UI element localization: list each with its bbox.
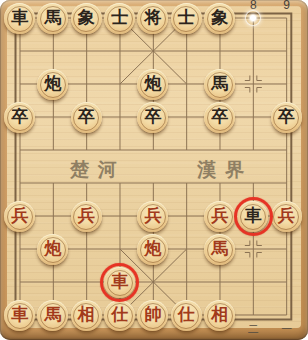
piece-red-chariot[interactable]: 車 xyxy=(4,300,35,331)
piece-character: 馬 xyxy=(211,75,228,92)
piece-character: 炮 xyxy=(44,240,61,257)
piece-character: 相 xyxy=(78,306,95,323)
piece-red-soldier[interactable]: 兵 xyxy=(137,201,168,232)
piece-black-cannon[interactable]: 炮 xyxy=(37,69,68,100)
piece-red-soldier[interactable]: 兵 xyxy=(204,201,235,232)
piece-character: 炮 xyxy=(44,75,61,92)
piece-red-soldier[interactable]: 兵 xyxy=(71,201,102,232)
piece-character: 士 xyxy=(178,9,195,26)
piece-character: 炮 xyxy=(144,75,161,92)
piece-character: 車 xyxy=(11,9,28,26)
piece-red-horse[interactable]: 馬 xyxy=(37,300,68,331)
piece-character: 士 xyxy=(111,9,128,26)
piece-red-general[interactable]: 帥 xyxy=(137,300,168,331)
piece-red-advisor[interactable]: 仕 xyxy=(171,300,202,331)
piece-black-soldier[interactable]: 卒 xyxy=(204,102,235,133)
piece-black-chariot[interactable]: 車 xyxy=(237,201,268,232)
piece-black-elephant[interactable]: 象 xyxy=(71,3,102,34)
piece-character: 兵 xyxy=(78,207,95,224)
piece-character: 馬 xyxy=(44,9,61,26)
piece-character: 卒 xyxy=(211,108,228,125)
piece-red-elephant[interactable]: 相 xyxy=(71,300,102,331)
piece-character: 兵 xyxy=(211,207,228,224)
piece-black-soldier[interactable]: 卒 xyxy=(4,102,35,133)
piece-black-cannon[interactable]: 炮 xyxy=(137,69,168,100)
piece-character: 帥 xyxy=(144,306,161,323)
piece-character: 炮 xyxy=(144,240,161,257)
piece-black-soldier[interactable]: 卒 xyxy=(137,102,168,133)
piece-character: 相 xyxy=(211,306,228,323)
piece-black-horse[interactable]: 馬 xyxy=(37,3,68,34)
piece-character: 兵 xyxy=(144,207,161,224)
piece-character: 車 xyxy=(11,306,28,323)
piece-character: 卒 xyxy=(11,108,28,125)
piece-character: 象 xyxy=(78,9,95,26)
piece-black-general[interactable]: 将 xyxy=(137,3,168,34)
piece-character: 兵 xyxy=(11,207,28,224)
piece-character: 卒 xyxy=(144,108,161,125)
piece-red-elephant[interactable]: 相 xyxy=(204,300,235,331)
piece-black-elephant[interactable]: 象 xyxy=(204,3,235,34)
piece-character: 仕 xyxy=(111,306,128,323)
piece-character: 馬 xyxy=(44,306,61,323)
piece-character: 車 xyxy=(111,273,128,290)
piece-red-soldier[interactable]: 兵 xyxy=(4,201,35,232)
piece-red-soldier[interactable]: 兵 xyxy=(271,201,302,232)
piece-black-advisor[interactable]: 士 xyxy=(171,3,202,34)
piece-character: 卒 xyxy=(78,108,95,125)
xiangqi-board: 楚河 漢界 89二一 車馬象士将士象炮炮馬卒卒卒卒卒兵兵兵兵車兵炮炮馬車車馬相仕… xyxy=(0,0,308,340)
piece-black-horse[interactable]: 馬 xyxy=(204,69,235,100)
piece-red-cannon[interactable]: 炮 xyxy=(137,234,168,265)
piece-black-advisor[interactable]: 士 xyxy=(104,3,135,34)
piece-red-horse[interactable]: 馬 xyxy=(204,234,235,265)
piece-black-soldier[interactable]: 卒 xyxy=(271,102,302,133)
piece-character: 仕 xyxy=(178,306,195,323)
piece-black-soldier[interactable]: 卒 xyxy=(71,102,102,133)
piece-red-cannon[interactable]: 炮 xyxy=(37,234,68,265)
piece-red-chariot[interactable]: 車 xyxy=(104,267,135,298)
piece-character: 象 xyxy=(211,9,228,26)
board-grid[interactable]: 車馬象士将士象炮炮馬卒卒卒卒卒兵兵兵兵車兵炮炮馬車車馬相仕帥仕相 xyxy=(3,2,303,332)
piece-character: 馬 xyxy=(211,240,228,257)
piece-character: 卒 xyxy=(278,108,295,125)
piece-black-chariot[interactable]: 車 xyxy=(4,3,35,34)
piece-character: 将 xyxy=(144,9,161,26)
piece-character: 兵 xyxy=(278,207,295,224)
piece-red-advisor[interactable]: 仕 xyxy=(104,300,135,331)
piece-character: 車 xyxy=(244,207,261,224)
